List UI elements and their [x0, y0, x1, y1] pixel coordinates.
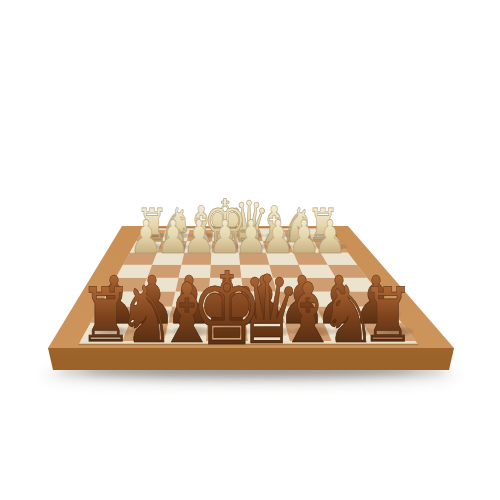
piece-shadow-b8 — [330, 325, 375, 338]
piece-black-pawn-h7: ♟ — [91, 268, 138, 334]
piece-black-pawn-g7: ♟ — [128, 268, 175, 334]
piece-shadow-g2 — [161, 243, 190, 251]
piece-shadow-d7 — [248, 308, 290, 320]
piece-shadow-e7 — [210, 308, 252, 320]
piece-shadow-a1 — [312, 232, 339, 240]
piece-shadow-f2 — [187, 243, 216, 251]
piece-shadow-f1 — [190, 232, 217, 240]
piece-shadow-g1 — [165, 232, 192, 240]
piece-shadow-h1 — [141, 232, 168, 240]
piece-shadow-f7 — [173, 308, 215, 320]
piece-black-pawn-c7: ♟ — [278, 268, 325, 334]
chess-set-photo: ♜♞♝♛♚♝♞♜♟♟♟♟♟♟♟♟♟♟♟♟♟♟♟♟♜♞♝♛♚♝♞♜ — [0, 0, 500, 500]
piece-shadow-b7 — [322, 308, 364, 320]
piece-shadow-e2 — [214, 243, 243, 251]
piece-shadow-c7 — [285, 308, 327, 320]
piece-shadow-g8 — [129, 325, 174, 338]
piece-black-pawn-d7: ♟ — [240, 268, 287, 334]
piece-shadow-d1 — [239, 232, 266, 240]
pieces-layer: ♜♞♝♛♚♝♞♜♟♟♟♟♟♟♟♟♟♟♟♟♟♟♟♟♜♞♝♛♚♝♞♜ — [0, 0, 500, 500]
piece-shadow-d8 — [249, 325, 294, 338]
piece-shadow-a2 — [319, 243, 348, 251]
piece-shadow-c8 — [290, 325, 335, 338]
piece-shadow-g7 — [135, 308, 177, 320]
piece-shadow-a7 — [360, 308, 402, 320]
piece-shadow-c1 — [263, 232, 290, 240]
piece-shadow-e8 — [209, 325, 254, 338]
piece-shadow-d2 — [240, 243, 269, 251]
piece-black-pawn-f7: ♟ — [165, 268, 212, 334]
piece-shadow-b2 — [292, 243, 321, 251]
piece-shadow-h2 — [135, 243, 164, 251]
piece-black-pawn-a7: ♟ — [353, 268, 400, 334]
piece-shadow-h8 — [88, 325, 133, 338]
piece-black-pawn-b7: ♟ — [315, 268, 362, 334]
piece-shadow-b1 — [287, 232, 314, 240]
piece-shadow-f8 — [169, 325, 214, 338]
piece-shadow-a8 — [370, 325, 415, 338]
piece-shadow-c2 — [266, 243, 295, 251]
piece-shadow-h7 — [98, 308, 140, 320]
piece-black-pawn-e7: ♟ — [203, 268, 250, 334]
piece-shadow-e1 — [214, 232, 241, 240]
